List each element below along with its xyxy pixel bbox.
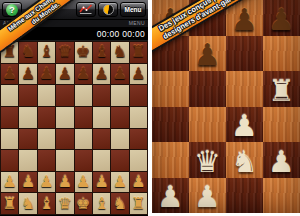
board-square[interactable] — [263, 107, 300, 143]
board-square[interactable]: ♟ — [189, 36, 226, 72]
board-square[interactable]: ♟ — [56, 64, 73, 85]
chess-piece[interactable]: ♟ — [39, 66, 53, 82]
board-square[interactable] — [1, 107, 18, 128]
board-square[interactable]: ♟ — [56, 172, 73, 193]
chess-piece[interactable]: ♟ — [157, 182, 184, 213]
board-square[interactable]: ♝ — [93, 42, 110, 63]
board-square[interactable] — [38, 129, 55, 150]
line-graph-icon — [79, 4, 93, 15]
board-square[interactable] — [75, 129, 92, 150]
board-square[interactable] — [56, 129, 73, 150]
chess-piece[interactable]: ♟ — [3, 174, 17, 190]
chess-piece[interactable]: ♜ — [131, 196, 145, 212]
board-square[interactable] — [75, 107, 92, 128]
chess-piece[interactable]: ♜ — [268, 76, 295, 107]
chess-piece[interactable]: ♟ — [58, 66, 72, 82]
board-square[interactable] — [226, 178, 263, 214]
chess-piece[interactable]: ♝ — [39, 44, 53, 60]
board-square[interactable] — [19, 150, 36, 171]
board-square[interactable] — [19, 107, 36, 128]
board-square[interactable]: ♟ — [19, 172, 36, 193]
board-square[interactable]: ♞ — [111, 42, 128, 63]
board-square[interactable] — [56, 150, 73, 171]
board-square[interactable] — [189, 107, 226, 143]
chess-piece[interactable]: ♟ — [194, 182, 221, 213]
chess-piece[interactable]: ♞ — [21, 44, 35, 60]
board-square[interactable] — [189, 71, 226, 107]
board-square[interactable] — [93, 85, 110, 106]
screenshot-game-view: ? Menu AIDE MENU — [0, 0, 148, 216]
chess-piece[interactable]: ♜ — [131, 44, 145, 60]
board-square[interactable]: ♝ — [38, 193, 55, 214]
board-square[interactable]: ♟ — [189, 178, 226, 214]
screenshot-closeup-view: ♟♟♟♟♜♟♛♞♟♟♟ Des jeux conçus par des desi… — [152, 0, 300, 213]
board-square[interactable] — [111, 85, 128, 106]
board-square[interactable] — [263, 36, 300, 72]
board-square[interactable]: ♜ — [1, 193, 18, 214]
chess-piece[interactable]: ♟ — [21, 174, 35, 190]
chess-piece[interactable]: ♟ — [231, 111, 258, 142]
menu-button[interactable]: Menu — [120, 2, 146, 17]
chess-piece[interactable]: ♛ — [194, 147, 221, 178]
board-square[interactable] — [111, 150, 128, 171]
chess-piece[interactable]: ♟ — [268, 5, 295, 36]
board-square[interactable]: ♟ — [226, 107, 263, 143]
chess-piece[interactable]: ♞ — [21, 196, 35, 212]
board-square[interactable] — [1, 129, 18, 150]
board-square[interactable] — [56, 107, 73, 128]
chess-piece[interactable]: ♞ — [231, 147, 258, 178]
board-square[interactable]: ♚ — [75, 42, 92, 63]
chess-piece[interactable]: ♟ — [76, 66, 90, 82]
board-square[interactable]: ♟ — [75, 64, 92, 85]
chess-piece[interactable]: ♟ — [268, 147, 295, 178]
board-square[interactable] — [111, 129, 128, 150]
chess-piece[interactable]: ♟ — [94, 66, 108, 82]
board-square[interactable] — [226, 36, 263, 72]
board-square[interactable]: ♞ — [111, 193, 128, 214]
board-square[interactable] — [130, 85, 147, 106]
help-icon: ? — [6, 4, 18, 16]
chess-piece[interactable]: ♟ — [131, 66, 145, 82]
board-square[interactable]: ♟ — [75, 172, 92, 193]
board-square[interactable] — [226, 71, 263, 107]
board-square[interactable]: ♞ — [19, 42, 36, 63]
chess-piece[interactable]: ♟ — [76, 174, 90, 190]
chess-piece[interactable]: ♟ — [39, 174, 53, 190]
chess-piece[interactable]: ♛ — [58, 44, 72, 60]
chess-piece[interactable]: ♛ — [58, 196, 72, 212]
stats-button[interactable] — [76, 2, 96, 17]
board-square[interactable] — [130, 150, 147, 171]
chess-piece[interactable]: ♟ — [231, 5, 258, 36]
board-square[interactable]: ♟ — [263, 0, 300, 36]
contrast-button[interactable] — [98, 2, 118, 17]
board-square[interactable] — [130, 129, 147, 150]
board-square[interactable] — [111, 107, 128, 128]
chess-piece[interactable]: ♞ — [113, 196, 127, 212]
chess-piece[interactable]: ♟ — [94, 174, 108, 190]
menu-caption: MENU — [129, 20, 145, 27]
board-square[interactable] — [56, 85, 73, 106]
chess-piece[interactable]: ♟ — [3, 66, 17, 82]
board-square[interactable]: ♟ — [1, 172, 18, 193]
board-square[interactable]: ♜ — [130, 193, 147, 214]
chess-board-start-position[interactable]: ♜♞♝♛♚♝♞♜♟♟♟♟♟♟♟♟♟♟♟♟♟♟♟♟♜♞♝♛♚♝♞♜ — [0, 41, 148, 215]
board-square[interactable] — [38, 85, 55, 106]
board-square[interactable]: ♟ — [263, 142, 300, 178]
board-square[interactable]: ♟ — [38, 172, 55, 193]
board-square[interactable]: ♚ — [75, 193, 92, 214]
chess-piece[interactable]: ♟ — [21, 66, 35, 82]
board-square[interactable] — [152, 71, 189, 107]
chess-piece[interactable]: ♞ — [113, 44, 127, 60]
board-square[interactable]: ♞ — [19, 193, 36, 214]
board-square[interactable] — [93, 150, 110, 171]
chess-piece[interactable]: ♟ — [131, 174, 145, 190]
board-square[interactable] — [1, 150, 18, 171]
board-square[interactable]: ♞ — [226, 142, 263, 178]
board-square[interactable]: ♟ — [130, 172, 147, 193]
board-square[interactable]: ♛ — [56, 193, 73, 214]
board-square[interactable] — [152, 142, 189, 178]
chess-piece[interactable]: ♟ — [194, 40, 221, 71]
board-square[interactable]: ♛ — [56, 42, 73, 63]
board-square[interactable] — [152, 107, 189, 143]
board-square[interactable]: ♟ — [111, 64, 128, 85]
toolbar-right-group: Menu — [76, 2, 146, 17]
board-square[interactable] — [75, 85, 92, 106]
game-clocks: 00:00 00:00 — [97, 29, 145, 39]
chess-piece[interactable]: ♟ — [58, 174, 72, 190]
board-square[interactable]: ♝ — [38, 42, 55, 63]
chess-piece[interactable]: ♝ — [39, 196, 53, 212]
board-square[interactable]: ♝ — [93, 193, 110, 214]
board-square[interactable]: ♟ — [152, 178, 189, 214]
board-square[interactable] — [19, 85, 36, 106]
board-square[interactable]: ♟ — [38, 64, 55, 85]
board-square[interactable] — [263, 178, 300, 214]
board-square[interactable]: ♟ — [1, 64, 18, 85]
board-square[interactable] — [93, 129, 110, 150]
board-square[interactable] — [130, 107, 147, 128]
board-square[interactable]: ♟ — [111, 172, 128, 193]
board-square[interactable] — [75, 150, 92, 171]
chess-piece[interactable]: ♚ — [76, 44, 90, 60]
board-square[interactable]: ♟ — [93, 172, 110, 193]
board-square[interactable]: ♟ — [130, 64, 147, 85]
board-square[interactable] — [19, 129, 36, 150]
app-store-screenshot-pair: ? Menu AIDE MENU — [0, 0, 300, 216]
board-square[interactable]: ♟ — [19, 64, 36, 85]
half-moon-contrast-icon — [103, 4, 114, 15]
chess-piece[interactable]: ♟ — [113, 174, 127, 190]
chess-piece[interactable]: ♝ — [94, 196, 108, 212]
board-square[interactable]: ♟ — [93, 64, 110, 85]
chess-piece[interactable]: ♜ — [3, 196, 17, 212]
board-square[interactable]: ♛ — [189, 142, 226, 178]
chess-piece[interactable]: ♟ — [113, 66, 127, 82]
board-square[interactable] — [38, 107, 55, 128]
board-square[interactable] — [1, 85, 18, 106]
board-square[interactable] — [93, 107, 110, 128]
chess-piece[interactable]: ♚ — [76, 196, 90, 212]
chess-piece[interactable]: ♝ — [94, 44, 108, 60]
board-square[interactable]: ♜ — [263, 71, 300, 107]
board-square[interactable]: ♜ — [130, 42, 147, 63]
board-square[interactable] — [38, 150, 55, 171]
